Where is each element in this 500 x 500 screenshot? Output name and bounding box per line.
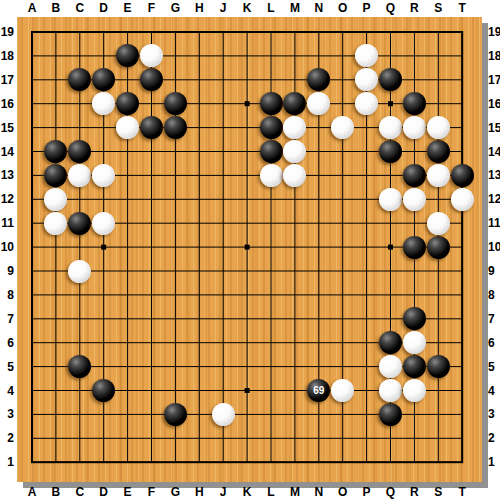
col-label-top: E xyxy=(124,1,132,15)
black-stone[interactable] xyxy=(140,116,163,139)
col-label-bottom: D xyxy=(99,485,108,499)
row-label-right: 14 xyxy=(488,145,500,159)
row-label-left: 1 xyxy=(0,455,14,469)
white-stone[interactable] xyxy=(427,116,450,139)
star-point xyxy=(245,101,250,106)
col-label-bottom: C xyxy=(75,485,84,499)
col-label-bottom: L xyxy=(267,485,274,499)
col-label-bottom: T xyxy=(459,485,466,499)
row-label-left: 19 xyxy=(0,25,14,39)
black-stone[interactable] xyxy=(164,116,187,139)
col-label-bottom: B xyxy=(52,485,61,499)
row-label-right: 3 xyxy=(488,407,495,421)
col-label-bottom: P xyxy=(363,485,371,499)
black-stone[interactable] xyxy=(403,164,426,187)
row-label-left: 9 xyxy=(0,264,14,278)
col-label-bottom: H xyxy=(195,485,204,499)
row-label-right: 18 xyxy=(488,49,500,63)
col-label-bottom: F xyxy=(148,485,155,499)
row-label-right: 17 xyxy=(488,73,500,87)
black-stone[interactable] xyxy=(260,140,283,163)
row-label-left: 16 xyxy=(0,97,14,111)
row-label-left: 14 xyxy=(0,145,14,159)
col-label-bottom: N xyxy=(314,485,323,499)
row-label-right: 13 xyxy=(488,168,500,182)
white-stone[interactable] xyxy=(403,379,426,402)
black-stone[interactable] xyxy=(260,92,283,115)
black-stone[interactable] xyxy=(403,92,426,115)
col-label-bottom: M xyxy=(290,485,300,499)
black-stone[interactable] xyxy=(427,355,450,378)
black-stone[interactable] xyxy=(164,92,187,115)
row-label-right: 15 xyxy=(488,121,500,135)
white-stone[interactable] xyxy=(427,212,450,235)
col-label-top: A xyxy=(28,1,37,15)
white-stone[interactable] xyxy=(260,164,283,187)
white-stone[interactable] xyxy=(403,331,426,354)
col-label-top: P xyxy=(363,1,371,15)
black-stone[interactable] xyxy=(379,140,402,163)
black-stone[interactable] xyxy=(427,236,450,259)
col-label-top: F xyxy=(148,1,155,15)
black-stone[interactable] xyxy=(403,236,426,259)
col-label-top: M xyxy=(290,1,300,15)
star-point xyxy=(388,101,393,106)
col-label-top: O xyxy=(338,1,347,15)
black-stone[interactable] xyxy=(427,140,450,163)
black-stone[interactable] xyxy=(451,164,474,187)
col-label-top: H xyxy=(195,1,204,15)
col-label-top: R xyxy=(410,1,419,15)
row-label-right: 11 xyxy=(488,216,500,230)
black-stone[interactable] xyxy=(403,355,426,378)
col-label-bottom: R xyxy=(410,485,419,499)
white-stone[interactable] xyxy=(379,355,402,378)
col-label-top: K xyxy=(243,1,252,15)
row-label-right: 1 xyxy=(488,455,495,469)
col-label-top: S xyxy=(434,1,442,15)
star-point xyxy=(245,245,250,250)
row-label-left: 2 xyxy=(0,431,14,445)
white-stone[interactable] xyxy=(379,188,402,211)
col-label-bottom: K xyxy=(243,485,252,499)
row-label-left: 13 xyxy=(0,168,14,182)
white-stone[interactable] xyxy=(379,116,402,139)
white-stone[interactable] xyxy=(427,164,450,187)
row-label-left: 6 xyxy=(0,336,14,350)
col-label-top: D xyxy=(99,1,108,15)
col-label-top: L xyxy=(267,1,274,15)
col-label-top: J xyxy=(220,1,227,15)
row-label-right: 2 xyxy=(488,431,495,445)
row-label-right: 4 xyxy=(488,384,495,398)
row-label-left: 5 xyxy=(0,360,14,374)
row-label-right: 6 xyxy=(488,336,495,350)
col-label-bottom: A xyxy=(28,485,37,499)
white-stone[interactable] xyxy=(451,188,474,211)
col-label-top: G xyxy=(171,1,180,15)
go-diagram-page: 69 AABBCCDDEEFFGGHHJJKKLLMMNNOOPPQQRRSST… xyxy=(0,0,500,500)
row-label-left: 18 xyxy=(0,49,14,63)
row-label-left: 17 xyxy=(0,73,14,87)
col-label-bottom: O xyxy=(338,485,347,499)
col-label-top: N xyxy=(314,1,323,15)
black-stone[interactable] xyxy=(379,403,402,426)
col-label-bottom: J xyxy=(220,485,227,499)
row-label-left: 12 xyxy=(0,192,14,206)
row-label-right: 19 xyxy=(488,25,500,39)
row-label-right: 9 xyxy=(488,264,495,278)
row-label-right: 12 xyxy=(488,192,500,206)
row-label-left: 11 xyxy=(0,216,14,230)
black-stone[interactable] xyxy=(68,212,91,235)
col-label-bottom: G xyxy=(171,485,180,499)
star-point xyxy=(388,245,393,250)
white-stone[interactable] xyxy=(403,188,426,211)
row-label-right: 16 xyxy=(488,97,500,111)
black-stone[interactable] xyxy=(164,403,187,426)
col-label-top: B xyxy=(52,1,61,15)
goban[interactable]: 69 xyxy=(17,17,482,482)
row-label-left: 3 xyxy=(0,407,14,421)
white-stone[interactable] xyxy=(379,379,402,402)
col-label-top: C xyxy=(75,1,84,15)
row-label-left: 15 xyxy=(0,121,14,135)
white-stone[interactable] xyxy=(44,212,67,235)
white-stone[interactable] xyxy=(68,260,91,283)
star-point xyxy=(245,388,250,393)
col-label-bottom: Q xyxy=(386,485,395,499)
row-label-right: 7 xyxy=(488,312,495,326)
black-stone[interactable] xyxy=(260,116,283,139)
white-stone[interactable] xyxy=(403,116,426,139)
row-label-right: 5 xyxy=(488,360,495,374)
col-label-top: Q xyxy=(386,1,395,15)
col-label-bottom: E xyxy=(124,485,132,499)
col-label-top: T xyxy=(459,1,466,15)
row-label-left: 10 xyxy=(0,240,14,254)
row-label-left: 4 xyxy=(0,384,14,398)
row-label-right: 10 xyxy=(488,240,500,254)
white-stone[interactable] xyxy=(92,164,115,187)
move-number-label: 69 xyxy=(313,386,324,396)
row-label-left: 7 xyxy=(0,312,14,326)
row-label-left: 8 xyxy=(0,288,14,302)
white-stone[interactable] xyxy=(212,403,235,426)
col-label-bottom: S xyxy=(434,485,442,499)
star-point xyxy=(101,245,106,250)
row-label-right: 8 xyxy=(488,288,495,302)
white-stone[interactable] xyxy=(92,212,115,235)
